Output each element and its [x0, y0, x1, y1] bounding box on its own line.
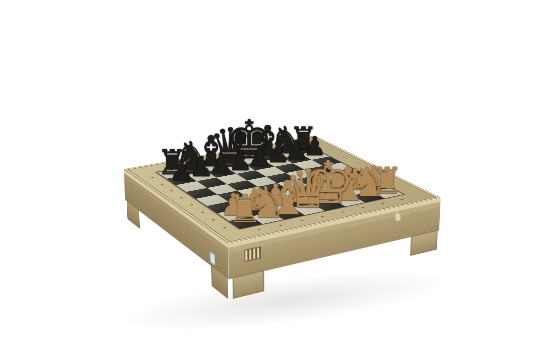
pieces-layer: ♜♞♝♛♚♝♞♜♟♟♟♟♟♟♟♟♟♟♟♟♟♟♟♟♜♞♝♛♚♝♞♜	[0, 0, 560, 353]
piece-black-pawn-a7[interactable]: ♟	[169, 157, 194, 185]
photo-stage: ♞ ♜♞♝♛♚♝♞♜♟♟♟♟♟♟♟♟♟♟♟♟♟♟♟♟♜♞♝♛♚♝♞♜	[0, 0, 560, 353]
piece-white-rook-a1[interactable]: ♜	[228, 190, 262, 228]
